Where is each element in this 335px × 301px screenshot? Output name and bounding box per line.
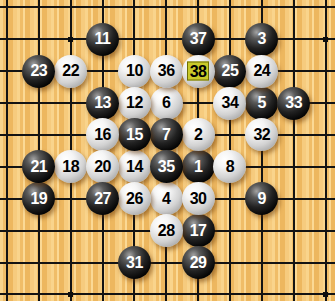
gomoku-board[interactable]: 1234567891011121314151617181920212223242…	[0, 0, 335, 301]
stone-number: 14	[126, 158, 143, 174]
stone-31: 31	[118, 246, 151, 279]
stone-1: 1	[182, 150, 215, 183]
stone-25: 25	[213, 55, 246, 88]
stone-24: 24	[245, 55, 278, 88]
stone-34: 34	[213, 87, 246, 120]
grid-line-vertical	[293, 0, 295, 301]
stone-number: 36	[158, 63, 175, 79]
stone-number: 16	[94, 126, 111, 142]
stone-33: 33	[277, 87, 310, 120]
star-point	[68, 37, 73, 42]
grid-line-horizontal	[0, 6, 335, 8]
stone-9: 9	[245, 182, 278, 215]
grid-line-horizontal	[0, 262, 335, 264]
stone-number: 29	[190, 254, 207, 270]
grid-line-horizontal	[0, 293, 335, 295]
stone-13: 13	[86, 87, 119, 120]
stone-18: 18	[54, 150, 87, 183]
stone-number: 8	[226, 158, 234, 174]
stone-number: 6	[162, 95, 170, 111]
stone-17: 17	[182, 214, 215, 247]
stone-number: 24	[253, 63, 270, 79]
stone-number: 7	[162, 126, 170, 142]
stone-number: 17	[190, 222, 207, 238]
stone-26: 26	[118, 182, 151, 215]
stone-19: 19	[22, 182, 55, 215]
stone-6: 6	[150, 87, 183, 120]
stone-number: 21	[30, 158, 47, 174]
stone-10: 10	[118, 55, 151, 88]
star-point	[323, 37, 328, 42]
stone-number: 5	[258, 95, 266, 111]
stone-3: 3	[245, 23, 278, 56]
grid-line-horizontal	[0, 38, 335, 40]
stone-number: 18	[62, 158, 79, 174]
stone-22: 22	[54, 55, 87, 88]
stone-35: 35	[150, 150, 183, 183]
star-point	[68, 292, 73, 297]
stone-14: 14	[118, 150, 151, 183]
stone-36: 36	[150, 55, 183, 88]
stone-23: 23	[22, 55, 55, 88]
stone-number: 31	[126, 254, 143, 270]
stone-number: 15	[126, 126, 143, 142]
stone-27: 27	[86, 182, 119, 215]
stone-number: 9	[258, 190, 266, 206]
stone-number: 34	[222, 95, 239, 111]
stone-number: 32	[253, 126, 270, 142]
stone-28: 28	[150, 214, 183, 247]
stone-16: 16	[86, 118, 119, 151]
stone-30: 30	[182, 182, 215, 215]
last-move-number: 38	[187, 61, 209, 80]
stone-number: 26	[126, 190, 143, 206]
stone-38: 38	[182, 55, 215, 88]
stone-11: 11	[86, 23, 119, 56]
stone-number: 11	[95, 31, 111, 47]
stone-15: 15	[118, 118, 151, 151]
stone-7: 7	[150, 118, 183, 151]
stone-number: 27	[94, 190, 111, 206]
stone-number: 28	[158, 222, 175, 238]
stone-number: 35	[158, 158, 175, 174]
stone-5: 5	[245, 87, 278, 120]
stone-4: 4	[150, 182, 183, 215]
grid-line-vertical	[325, 0, 327, 301]
stone-number: 19	[30, 190, 47, 206]
stone-12: 12	[118, 87, 151, 120]
stone-number: 4	[162, 190, 170, 206]
stone-2: 2	[182, 118, 215, 151]
grid-line-vertical	[6, 0, 8, 301]
star-point	[323, 292, 328, 297]
stone-number: 13	[94, 95, 111, 111]
stone-number: 2	[194, 126, 202, 142]
stone-number: 3	[258, 31, 266, 47]
stone-29: 29	[182, 246, 215, 279]
stone-number: 23	[30, 63, 47, 79]
stone-number: 25	[222, 63, 239, 79]
stone-number: 33	[285, 95, 302, 111]
stone-20: 20	[86, 150, 119, 183]
stone-number: 37	[190, 31, 207, 47]
stone-number: 1	[194, 158, 202, 174]
stone-number: 22	[62, 63, 79, 79]
stone-number: 12	[126, 95, 143, 111]
stone-21: 21	[22, 150, 55, 183]
stone-8: 8	[213, 150, 246, 183]
stone-37: 37	[182, 23, 215, 56]
stone-number: 30	[190, 190, 207, 206]
stone-number: 20	[94, 158, 111, 174]
stone-32: 32	[245, 118, 278, 151]
stone-number: 10	[126, 63, 143, 79]
